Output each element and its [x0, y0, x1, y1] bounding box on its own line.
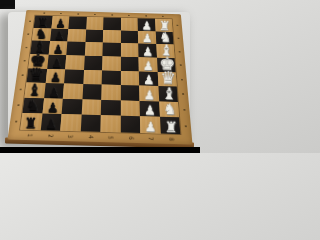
square-r3c4[interactable] — [84, 42, 102, 56]
square-r7c7[interactable]: ♟ — [140, 101, 160, 117]
square-r5c5[interactable] — [102, 70, 121, 85]
square-r3c2[interactable]: ♟ — [48, 41, 67, 55]
square-r1c2[interactable]: ♟ — [51, 16, 69, 29]
square-r5c7[interactable]: ♟ — [139, 71, 158, 86]
chess-board: 12345678 ♜♟♟♜♞♟♟♞♝♟♟♝♚♟♟♚♛♟♟♛♝♟♟♝♞♟♟♞♜♟♟… — [7, 10, 192, 145]
black-pawn[interactable]: ♟ — [38, 101, 66, 115]
white-pawn[interactable]: ♟ — [136, 104, 164, 118]
square-r1c5[interactable] — [103, 17, 120, 30]
coordinate-label: 5 — [107, 128, 113, 146]
square-r4c2[interactable]: ♟ — [47, 55, 67, 69]
coordinate-label: 2 — [46, 127, 54, 145]
square-r7c4[interactable] — [81, 99, 101, 115]
white-pawn[interactable]: ♟ — [134, 19, 159, 31]
white-pawn[interactable]: ♟ — [136, 88, 163, 101]
board-frame: 12345678 ♜♟♟♜♞♟♟♞♝♟♟♝♚♟♟♚♛♟♟♛♝♟♟♝♞♟♟♞♜♟♟… — [7, 10, 192, 145]
coordinate-label: 3 — [66, 127, 73, 145]
square-r3c5[interactable] — [102, 43, 120, 57]
coordinate-label: 4 — [87, 128, 94, 146]
square-r4c4[interactable] — [84, 56, 103, 70]
square-r2c5[interactable] — [103, 30, 121, 43]
square-r2c2[interactable]: ♟ — [50, 28, 69, 41]
board-grid: ♜♟♟♜♞♟♟♞♝♟♟♝♚♟♟♚♛♟♟♛♝♟♟♝♞♟♟♞♜♟♟♜ — [20, 15, 180, 134]
square-r5c2[interactable]: ♟ — [45, 69, 65, 84]
square-r1c7[interactable]: ♟ — [138, 18, 156, 31]
white-pawn[interactable]: ♟ — [135, 73, 162, 86]
coordinate-label: 8 — [167, 130, 174, 148]
coordinate-label: 7 — [147, 129, 154, 147]
square-r6c4[interactable] — [82, 84, 102, 100]
square-r6c2[interactable]: ♟ — [44, 83, 64, 99]
black-pawn[interactable]: ♟ — [41, 71, 68, 84]
square-r6c5[interactable] — [101, 85, 120, 101]
square-r2c4[interactable] — [85, 29, 103, 42]
background-object-top-left — [0, 0, 15, 9]
square-r4c5[interactable] — [102, 56, 120, 70]
square-r6c7[interactable]: ♟ — [139, 86, 159, 102]
square-r1c4[interactable] — [86, 17, 104, 30]
square-r5c4[interactable] — [83, 70, 102, 85]
black-pawn[interactable]: ♟ — [40, 85, 67, 98]
coordinate-label: 6 — [127, 129, 133, 147]
square-r7c2[interactable]: ♟ — [42, 98, 63, 114]
photo-letterbox-bar — [0, 147, 200, 153]
square-r7c5[interactable] — [101, 100, 121, 116]
